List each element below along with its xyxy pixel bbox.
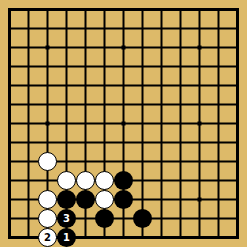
intersection [190, 114, 209, 133]
intersection: 3 [57, 209, 76, 228]
intersection [228, 19, 247, 38]
intersection [152, 171, 171, 190]
intersection [209, 19, 228, 38]
intersection [133, 0, 152, 19]
intersection [57, 152, 76, 171]
intersection [19, 133, 38, 152]
intersection [76, 152, 95, 171]
intersection [171, 19, 190, 38]
intersection [38, 209, 57, 228]
intersection [152, 114, 171, 133]
intersection [114, 209, 133, 228]
intersection [38, 114, 57, 133]
intersection [76, 133, 95, 152]
go-diagram: 321 [0, 0, 247, 247]
intersection [76, 38, 95, 57]
intersection [152, 190, 171, 209]
intersection [19, 171, 38, 190]
intersection [171, 152, 190, 171]
intersection [190, 19, 209, 38]
intersection [209, 95, 228, 114]
intersection [209, 38, 228, 57]
intersection [152, 209, 171, 228]
intersection: 1 [57, 228, 76, 247]
intersection [57, 95, 76, 114]
intersection [209, 133, 228, 152]
intersection [76, 76, 95, 95]
intersection [95, 209, 114, 228]
intersection [76, 0, 95, 19]
intersection [152, 228, 171, 247]
intersection [95, 19, 114, 38]
intersection [228, 209, 247, 228]
intersection [76, 57, 95, 76]
intersection [114, 190, 133, 209]
intersection [190, 57, 209, 76]
intersection [228, 0, 247, 19]
intersection [19, 19, 38, 38]
intersection [152, 57, 171, 76]
intersection [57, 57, 76, 76]
white-stone: 2 [38, 228, 57, 247]
intersection [57, 133, 76, 152]
intersection [209, 114, 228, 133]
intersection [114, 19, 133, 38]
black-stone [114, 171, 133, 190]
intersection [152, 19, 171, 38]
black-stone: 1 [57, 228, 76, 247]
intersection [171, 95, 190, 114]
black-stone [114, 190, 133, 209]
intersection [228, 171, 247, 190]
intersection [190, 38, 209, 57]
intersection [133, 152, 152, 171]
intersection [190, 228, 209, 247]
intersection [19, 0, 38, 19]
intersection [0, 152, 19, 171]
intersection [57, 76, 76, 95]
intersection [95, 228, 114, 247]
go-board: 321 [0, 0, 247, 247]
intersection [114, 57, 133, 76]
intersection [38, 57, 57, 76]
intersection [171, 133, 190, 152]
intersection [190, 133, 209, 152]
intersection [133, 171, 152, 190]
intersection [190, 95, 209, 114]
intersection [0, 76, 19, 95]
intersection [76, 228, 95, 247]
intersection [114, 228, 133, 247]
intersection [209, 152, 228, 171]
intersection [95, 0, 114, 19]
intersection [76, 114, 95, 133]
intersection [133, 133, 152, 152]
white-stone [38, 209, 57, 228]
intersection [0, 19, 19, 38]
intersection [171, 209, 190, 228]
intersection [57, 0, 76, 19]
intersection [38, 38, 57, 57]
intersection [209, 209, 228, 228]
intersection [114, 38, 133, 57]
move-number-label: 2 [44, 233, 51, 243]
intersection [228, 95, 247, 114]
intersection [228, 57, 247, 76]
intersection [133, 190, 152, 209]
intersection [95, 152, 114, 171]
intersection [0, 0, 19, 19]
intersection [19, 57, 38, 76]
intersection [114, 0, 133, 19]
intersection [0, 95, 19, 114]
intersection [38, 76, 57, 95]
white-stone [38, 152, 57, 171]
intersection [19, 228, 38, 247]
intersection [190, 209, 209, 228]
white-stone [57, 171, 76, 190]
intersection [0, 114, 19, 133]
intersection [190, 76, 209, 95]
intersection [171, 190, 190, 209]
black-stone: 3 [57, 209, 76, 228]
intersection [190, 171, 209, 190]
intersection [228, 76, 247, 95]
intersection [0, 228, 19, 247]
intersection [171, 114, 190, 133]
black-stone [76, 190, 95, 209]
intersection [209, 76, 228, 95]
intersection [19, 38, 38, 57]
intersection [152, 38, 171, 57]
intersection [152, 133, 171, 152]
intersection [76, 19, 95, 38]
intersection [114, 171, 133, 190]
intersection [209, 228, 228, 247]
intersection [171, 76, 190, 95]
intersection [95, 171, 114, 190]
intersection [133, 76, 152, 95]
intersection: 2 [38, 228, 57, 247]
intersection [114, 95, 133, 114]
intersection [57, 19, 76, 38]
intersection [57, 190, 76, 209]
black-stone [95, 209, 114, 228]
intersection [0, 133, 19, 152]
white-stone [38, 190, 57, 209]
intersection [19, 152, 38, 171]
intersection [19, 209, 38, 228]
intersection [38, 0, 57, 19]
intersection [152, 76, 171, 95]
intersection [171, 38, 190, 57]
intersection [114, 76, 133, 95]
intersection [38, 171, 57, 190]
intersection [133, 38, 152, 57]
intersection [133, 209, 152, 228]
intersection [0, 57, 19, 76]
white-stone [76, 171, 95, 190]
intersection [171, 228, 190, 247]
intersection [95, 190, 114, 209]
intersection [171, 0, 190, 19]
intersection [95, 114, 114, 133]
intersection [209, 171, 228, 190]
intersection [190, 152, 209, 171]
intersection [0, 209, 19, 228]
intersection [209, 57, 228, 76]
intersection [19, 76, 38, 95]
intersection [0, 190, 19, 209]
intersection [190, 0, 209, 19]
intersection [171, 57, 190, 76]
intersection [76, 95, 95, 114]
intersection [114, 152, 133, 171]
black-stone [57, 190, 76, 209]
intersection [133, 228, 152, 247]
move-number-label: 1 [63, 233, 70, 243]
intersection [228, 152, 247, 171]
intersection [190, 190, 209, 209]
intersection [38, 190, 57, 209]
intersection [209, 0, 228, 19]
intersection [95, 95, 114, 114]
intersection [171, 171, 190, 190]
intersection [133, 57, 152, 76]
intersection [95, 38, 114, 57]
intersection [152, 152, 171, 171]
intersection [228, 114, 247, 133]
intersection [133, 19, 152, 38]
intersection [152, 0, 171, 19]
intersection [228, 190, 247, 209]
intersection [19, 114, 38, 133]
intersection [114, 133, 133, 152]
intersection [0, 171, 19, 190]
intersection [209, 190, 228, 209]
intersection [38, 152, 57, 171]
intersection [57, 171, 76, 190]
intersection [76, 209, 95, 228]
intersection [133, 114, 152, 133]
intersection [95, 57, 114, 76]
intersection [38, 19, 57, 38]
intersection [19, 190, 38, 209]
intersection [57, 114, 76, 133]
intersection [38, 133, 57, 152]
intersection [38, 95, 57, 114]
intersection [228, 228, 247, 247]
intersection [228, 38, 247, 57]
intersection [0, 38, 19, 57]
intersection [19, 95, 38, 114]
black-stone [133, 209, 152, 228]
intersection [57, 38, 76, 57]
intersection [152, 95, 171, 114]
intersection [133, 95, 152, 114]
white-stone [95, 190, 114, 209]
intersection [228, 133, 247, 152]
intersection [95, 133, 114, 152]
intersection [76, 190, 95, 209]
intersection [76, 171, 95, 190]
intersection [114, 114, 133, 133]
white-stone [95, 171, 114, 190]
intersection [95, 76, 114, 95]
move-number-label: 3 [63, 214, 70, 224]
